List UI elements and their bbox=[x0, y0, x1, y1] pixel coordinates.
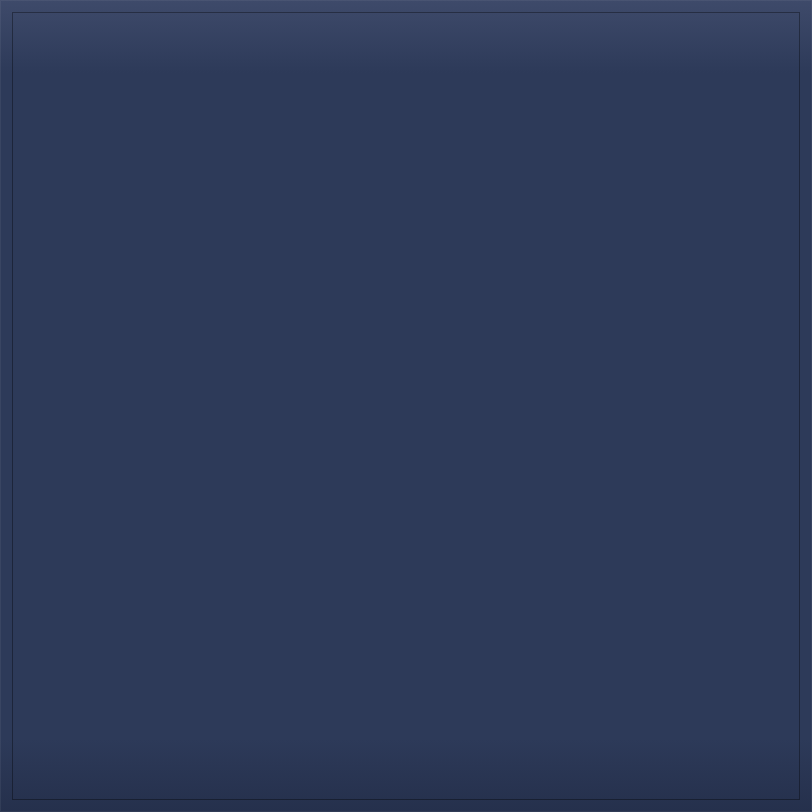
chess-board bbox=[13, 13, 799, 799]
board-frame bbox=[0, 0, 812, 812]
